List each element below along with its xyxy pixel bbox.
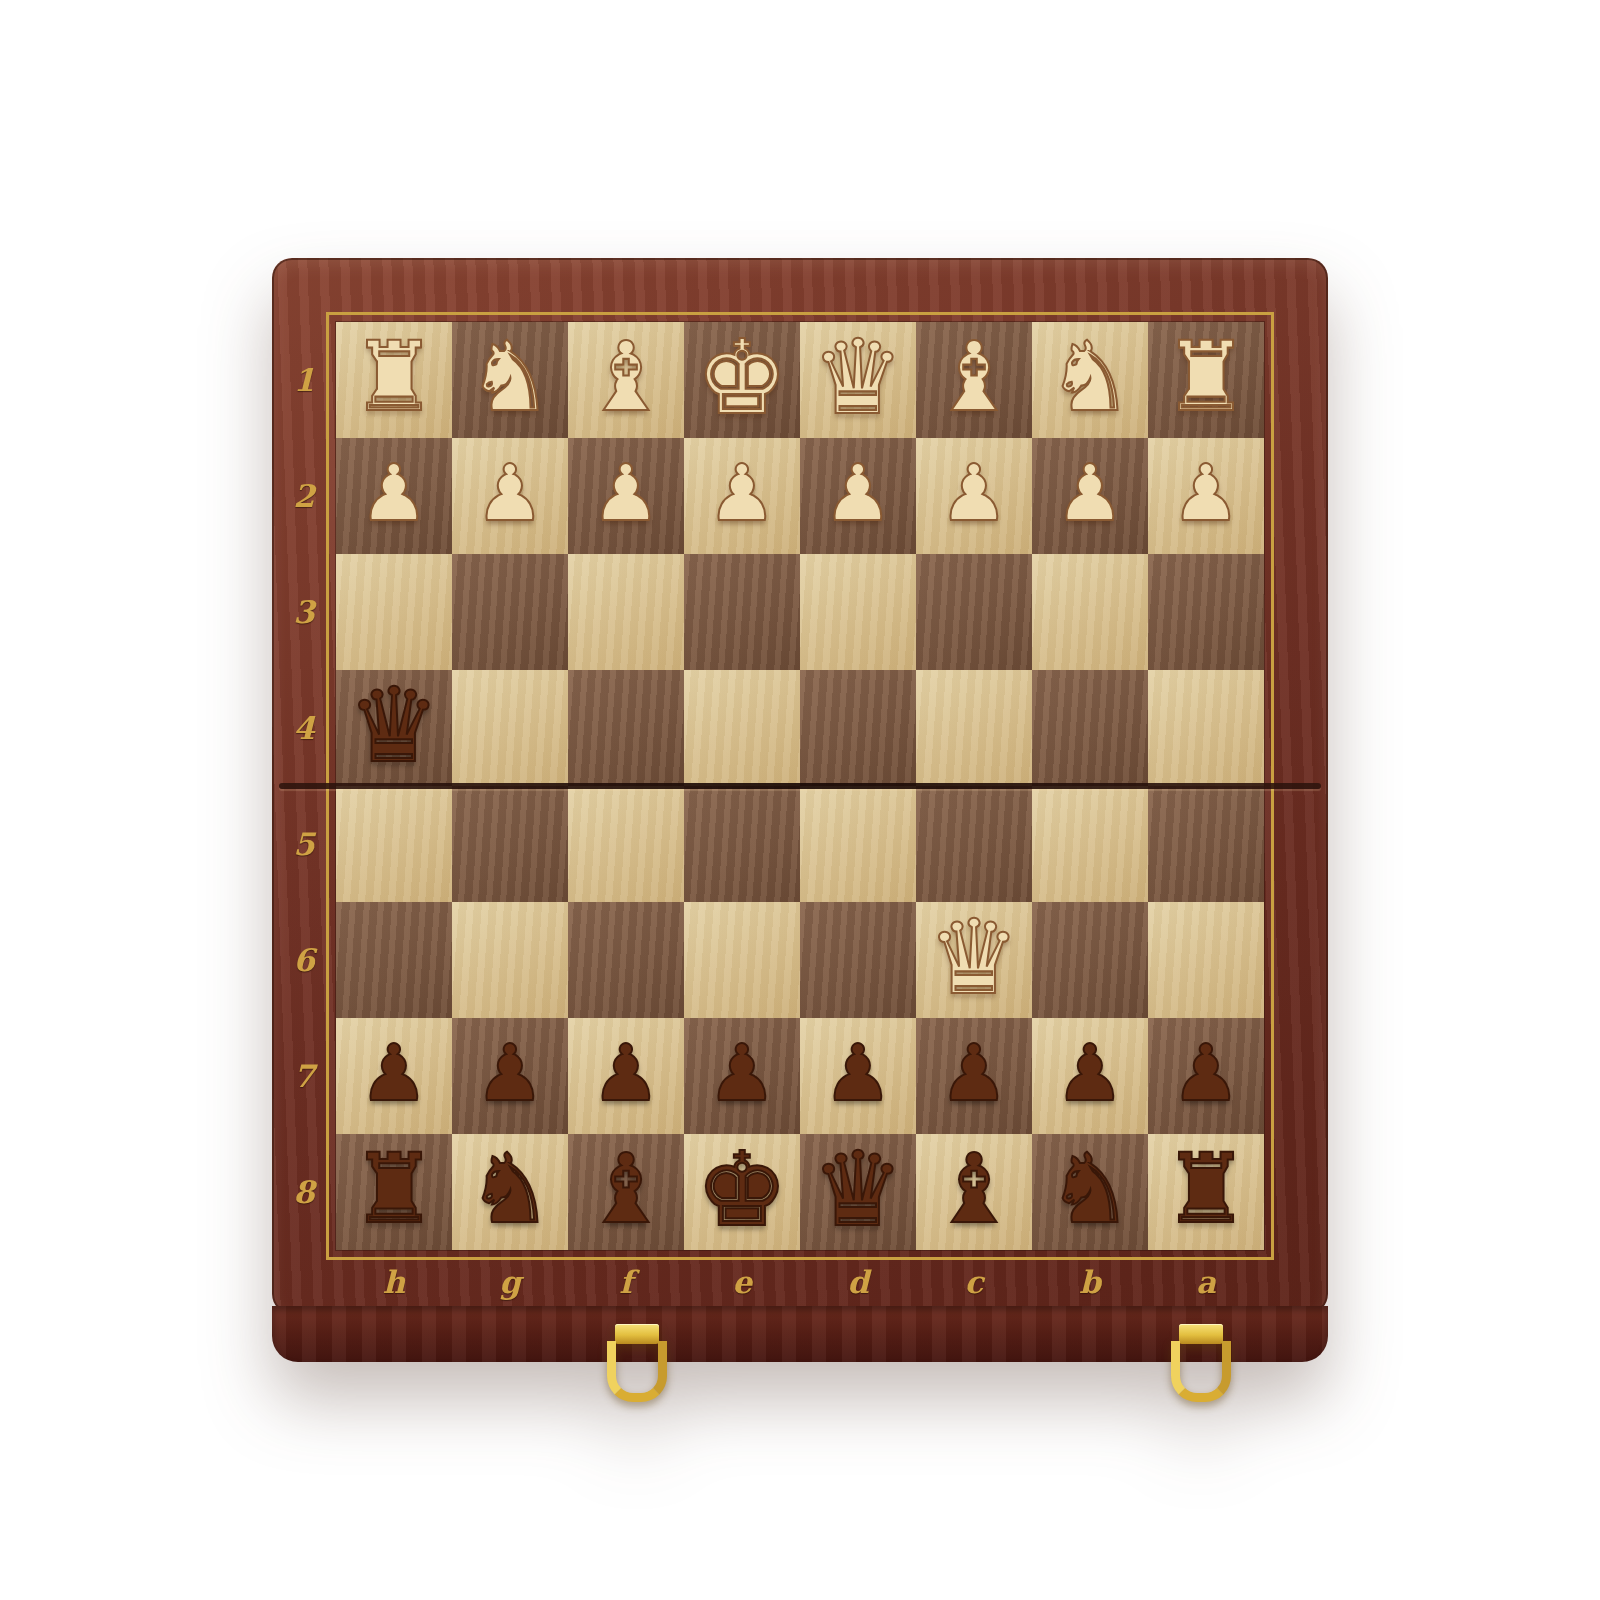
rank-label-5: 5 [272,786,336,902]
square-f1: ♝ [568,322,684,438]
square-f7: ♟ [568,1018,684,1134]
file-label-c: c [916,1250,1032,1314]
square-g7: ♟ [452,1018,568,1134]
square-b1: ♞ [1032,322,1148,438]
piece-dark-pawn: ♟ [475,1034,545,1112]
square-f2: ♟ [568,438,684,554]
board-frame: 12345678 hgfedcba ♜♞♝♚♛♝♞♜♟♟♟♟♟♟♟♟♛♛♟♟♟♟… [272,258,1328,1314]
square-g1: ♞ [452,322,568,438]
square-b3 [1032,554,1148,670]
square-b4 [1032,670,1148,786]
square-e6 [684,902,800,1018]
square-g3 [452,554,568,670]
rank-label-7: 7 [272,1018,336,1134]
square-a7: ♟ [1148,1018,1264,1134]
square-g4 [452,670,568,786]
square-f5 [568,786,684,902]
piece-white-queen: ♛ [812,326,904,429]
square-a8: ♜ [1148,1134,1264,1250]
piece-white-pawn: ♟ [823,454,893,532]
piece-white-pawn: ♟ [707,454,777,532]
square-h1: ♜ [336,322,452,438]
piece-dark-pawn: ♟ [359,1034,429,1112]
piece-white-bishop: ♝ [931,329,1017,425]
file-label-d: d [800,1250,916,1314]
square-h6 [336,902,452,1018]
piece-dark-pawn: ♟ [591,1034,661,1112]
square-c4 [916,670,1032,786]
piece-dark-rook: ♜ [351,1141,437,1237]
square-c6: ♛ [916,902,1032,1018]
piece-dark-bishop: ♝ [583,1141,669,1237]
square-b7: ♟ [1032,1018,1148,1134]
square-c3 [916,554,1032,670]
square-c8: ♝ [916,1134,1032,1250]
square-a6 [1148,902,1264,1018]
file-label-b: b [1032,1250,1148,1314]
piece-dark-queen: ♛ [348,674,440,777]
square-d4 [800,670,916,786]
chess-board-box: 12345678 hgfedcba ♜♞♝♚♛♝♞♜♟♟♟♟♟♟♟♟♛♛♟♟♟♟… [272,258,1328,1362]
product-photo-scene: 12345678 hgfedcba ♜♞♝♚♛♝♞♜♟♟♟♟♟♟♟♟♛♛♟♟♟♟… [0,0,1600,1600]
square-h5 [336,786,452,902]
piece-white-pawn: ♟ [1171,454,1241,532]
file-labels: hgfedcba [336,1250,1264,1314]
square-c5 [916,786,1032,902]
piece-dark-knight: ♞ [1047,1141,1133,1237]
rank-label-2: 2 [272,438,336,554]
file-label-e: e [684,1250,800,1314]
square-h4: ♛ [336,670,452,786]
square-a2: ♟ [1148,438,1264,554]
clasp-ring [607,1341,667,1402]
square-f4 [568,670,684,786]
piece-dark-king: ♚ [696,1138,788,1241]
square-g8: ♞ [452,1134,568,1250]
square-e8: ♚ [684,1134,800,1250]
square-h3 [336,554,452,670]
square-h7: ♟ [336,1018,452,1134]
square-c7: ♟ [916,1018,1032,1134]
piece-dark-pawn: ♟ [1055,1034,1125,1112]
square-d8: ♛ [800,1134,916,1250]
piece-white-pawn: ♟ [591,454,661,532]
piece-white-knight: ♞ [467,329,553,425]
piece-white-knight: ♞ [1047,329,1133,425]
square-f6 [568,902,684,1018]
piece-white-rook: ♜ [1163,329,1249,425]
clasp-ring [1171,1341,1231,1402]
square-a5 [1148,786,1264,902]
square-g6 [452,902,568,1018]
brass-clasp-icon [610,1324,664,1402]
square-g5 [452,786,568,902]
square-c2: ♟ [916,438,1032,554]
brass-clasp-icon [1174,1324,1228,1402]
piece-white-rook: ♜ [351,329,437,425]
fold-seam [279,783,1321,789]
square-b6 [1032,902,1148,1018]
square-a4 [1148,670,1264,786]
piece-white-queen: ♛ [928,906,1020,1009]
file-label-f: f [568,1250,684,1314]
piece-dark-rook: ♜ [1163,1141,1249,1237]
square-e5 [684,786,800,902]
square-e1: ♚ [684,322,800,438]
piece-dark-knight: ♞ [467,1141,553,1237]
piece-dark-pawn: ♟ [823,1034,893,1112]
square-c1: ♝ [916,322,1032,438]
square-a1: ♜ [1148,322,1264,438]
file-label-g: g [452,1250,568,1314]
piece-white-pawn: ♟ [359,454,429,532]
piece-dark-pawn: ♟ [939,1034,1009,1112]
square-f8: ♝ [568,1134,684,1250]
file-label-a: a [1148,1250,1264,1314]
square-b2: ♟ [1032,438,1148,554]
piece-white-pawn: ♟ [475,454,545,532]
square-e2: ♟ [684,438,800,554]
square-h8: ♜ [336,1134,452,1250]
piece-dark-pawn: ♟ [707,1034,777,1112]
square-d1: ♛ [800,322,916,438]
piece-dark-pawn: ♟ [1171,1034,1241,1112]
piece-dark-bishop: ♝ [931,1141,1017,1237]
square-e3 [684,554,800,670]
rank-label-1: 1 [272,322,336,438]
piece-dark-queen: ♛ [812,1138,904,1241]
piece-white-king: ♚ [696,326,788,429]
piece-white-pawn: ♟ [1055,454,1125,532]
rank-label-6: 6 [272,902,336,1018]
file-label-h: h [336,1250,452,1314]
square-d7: ♟ [800,1018,916,1134]
piece-white-pawn: ♟ [939,454,1009,532]
square-d2: ♟ [800,438,916,554]
square-a3 [1148,554,1264,670]
square-e4 [684,670,800,786]
rank-label-4: 4 [272,670,336,786]
rank-label-3: 3 [272,554,336,670]
square-b5 [1032,786,1148,902]
piece-white-bishop: ♝ [583,329,669,425]
square-h2: ♟ [336,438,452,554]
square-d3 [800,554,916,670]
square-f3 [568,554,684,670]
square-d6 [800,902,916,1018]
square-e7: ♟ [684,1018,800,1134]
square-g2: ♟ [452,438,568,554]
square-d5 [800,786,916,902]
box-side-panel [272,1306,1328,1362]
square-b8: ♞ [1032,1134,1148,1250]
rank-label-8: 8 [272,1134,336,1250]
